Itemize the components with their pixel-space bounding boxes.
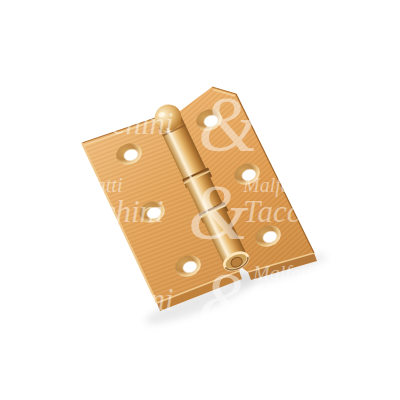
watermark-ampersand: & [198,80,259,167]
watermark-line2: Tacchini [243,194,349,229]
watermark-line2: Tacchini [253,106,359,141]
watermark-ampersand: & [198,256,259,343]
watermark-line2: Tacchini [68,282,174,317]
watermark-ampersand: & [383,80,400,167]
product-photo: MalfattiTacchini&MalfattiTacchini&Malfat… [0,0,400,400]
photo-watermark: MalfattiTacchini&MalfattiTacchini&Malfat… [57,80,400,343]
watermark-line2: Tacchini [68,106,174,141]
watermark-ampersand: & [383,256,400,343]
hinge-photo-canvas: MalfattiTacchini&MalfattiTacchini&Malfat… [0,0,400,400]
watermark-line2: Tacchini [58,194,164,229]
watermark-ampersand: & [188,168,249,255]
watermark-line2: Tacchini [253,282,359,317]
watermark-ampersand: & [373,168,400,255]
